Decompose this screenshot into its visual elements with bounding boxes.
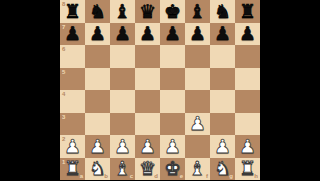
piece-black-pawn[interactable]: ♟ — [239, 24, 256, 43]
square-b4[interactable] — [85, 90, 110, 113]
piece-black-pawn[interactable]: ♟ — [214, 24, 231, 43]
square-g8[interactable]: ♞ — [210, 0, 235, 23]
square-a8[interactable]: ♜8 — [60, 0, 85, 23]
square-g7[interactable]: ♟ — [210, 23, 235, 46]
rank-label-3: 3 — [62, 114, 65, 120]
piece-white-knight[interactable]: ♞ — [214, 159, 231, 178]
square-c2[interactable]: ♟ — [110, 135, 135, 158]
square-g6[interactable] — [210, 45, 235, 68]
square-e2[interactable]: ♟ — [160, 135, 185, 158]
square-e1[interactable]: ♚e — [160, 158, 185, 181]
square-c7[interactable]: ♟ — [110, 23, 135, 46]
piece-black-rook[interactable]: ♜ — [239, 1, 256, 20]
piece-white-knight[interactable]: ♞ — [89, 159, 106, 178]
square-c4[interactable] — [110, 90, 135, 113]
square-f8[interactable]: ♝ — [185, 0, 210, 23]
square-f2[interactable] — [185, 135, 210, 158]
square-a7[interactable]: ♟7 — [60, 23, 85, 46]
square-e5[interactable] — [160, 68, 185, 91]
square-c1[interactable]: ♝c — [110, 158, 135, 181]
square-a5[interactable]: 5 — [60, 68, 85, 91]
square-d7[interactable]: ♟ — [135, 23, 160, 46]
piece-black-pawn[interactable]: ♟ — [64, 24, 81, 43]
square-c6[interactable] — [110, 45, 135, 68]
square-d8[interactable]: ♛ — [135, 0, 160, 23]
square-h8[interactable]: ♜ — [235, 0, 260, 23]
square-g4[interactable] — [210, 90, 235, 113]
square-h4[interactable] — [235, 90, 260, 113]
chess-board: ♜8♞♝♛♚♝♞♜♟7♟♟♟♟♟♟♟6543♟♟2♟♟♟♟♟♟♜1a♞b♝c♛d… — [60, 0, 260, 180]
square-b1[interactable]: ♞b — [85, 158, 110, 181]
piece-white-rook[interactable]: ♜ — [239, 159, 256, 178]
square-e3[interactable] — [160, 113, 185, 136]
piece-white-pawn[interactable]: ♟ — [139, 136, 156, 155]
square-c5[interactable] — [110, 68, 135, 91]
square-f7[interactable]: ♟ — [185, 23, 210, 46]
piece-white-pawn[interactable]: ♟ — [239, 136, 256, 155]
piece-black-pawn[interactable]: ♟ — [139, 24, 156, 43]
square-g3[interactable] — [210, 113, 235, 136]
square-b2[interactable]: ♟ — [85, 135, 110, 158]
piece-black-rook[interactable]: ♜ — [64, 1, 81, 20]
square-d1[interactable]: ♛d — [135, 158, 160, 181]
square-h6[interactable] — [235, 45, 260, 68]
square-c8[interactable]: ♝ — [110, 0, 135, 23]
square-f1[interactable]: ♝f — [185, 158, 210, 181]
square-b5[interactable] — [85, 68, 110, 91]
piece-white-pawn[interactable]: ♟ — [114, 136, 131, 155]
square-e4[interactable] — [160, 90, 185, 113]
square-c3[interactable] — [110, 113, 135, 136]
piece-black-pawn[interactable]: ♟ — [89, 24, 106, 43]
square-f4[interactable] — [185, 90, 210, 113]
square-a1[interactable]: ♜1a — [60, 158, 85, 181]
piece-black-pawn[interactable]: ♟ — [164, 24, 181, 43]
square-h1[interactable]: ♜h — [235, 158, 260, 181]
rank-label-6: 6 — [62, 46, 65, 52]
square-f3[interactable]: ♟ — [185, 113, 210, 136]
piece-black-pawn[interactable]: ♟ — [189, 24, 206, 43]
file-label-f: f — [206, 173, 208, 179]
square-e6[interactable] — [160, 45, 185, 68]
square-b7[interactable]: ♟ — [85, 23, 110, 46]
piece-white-king[interactable]: ♚ — [164, 159, 181, 178]
square-d6[interactable] — [135, 45, 160, 68]
piece-black-bishop[interactable]: ♝ — [114, 1, 131, 20]
square-b8[interactable]: ♞ — [85, 0, 110, 23]
square-d2[interactable]: ♟ — [135, 135, 160, 158]
square-d5[interactable] — [135, 68, 160, 91]
square-f5[interactable] — [185, 68, 210, 91]
square-d4[interactable] — [135, 90, 160, 113]
square-e7[interactable]: ♟ — [160, 23, 185, 46]
piece-black-king[interactable]: ♚ — [164, 1, 181, 20]
square-b3[interactable] — [85, 113, 110, 136]
square-b6[interactable] — [85, 45, 110, 68]
piece-black-bishop[interactable]: ♝ — [189, 1, 206, 20]
piece-white-pawn[interactable]: ♟ — [64, 136, 81, 155]
piece-black-knight[interactable]: ♞ — [214, 1, 231, 20]
square-e8[interactable]: ♚ — [160, 0, 185, 23]
square-a3[interactable]: 3 — [60, 113, 85, 136]
square-f6[interactable] — [185, 45, 210, 68]
piece-black-queen[interactable]: ♛ — [139, 1, 156, 20]
letterbox-background: ♜8♞♝♛♚♝♞♜♟7♟♟♟♟♟♟♟6543♟♟2♟♟♟♟♟♟♜1a♞b♝c♛d… — [0, 0, 320, 180]
piece-white-pawn[interactable]: ♟ — [214, 136, 231, 155]
square-a2[interactable]: ♟2 — [60, 135, 85, 158]
rank-label-4: 4 — [62, 91, 65, 97]
square-h3[interactable] — [235, 113, 260, 136]
piece-white-rook[interactable]: ♜ — [64, 159, 81, 178]
square-h2[interactable]: ♟ — [235, 135, 260, 158]
square-g1[interactable]: ♞g — [210, 158, 235, 181]
square-h5[interactable] — [235, 68, 260, 91]
square-g5[interactable] — [210, 68, 235, 91]
piece-white-pawn[interactable]: ♟ — [189, 114, 206, 133]
piece-black-knight[interactable]: ♞ — [89, 1, 106, 20]
piece-white-pawn[interactable]: ♟ — [164, 136, 181, 155]
square-h7[interactable]: ♟ — [235, 23, 260, 46]
square-a6[interactable]: 6 — [60, 45, 85, 68]
piece-white-bishop[interactable]: ♝ — [189, 159, 206, 178]
piece-black-pawn[interactable]: ♟ — [114, 24, 131, 43]
square-g2[interactable]: ♟ — [210, 135, 235, 158]
piece-white-bishop[interactable]: ♝ — [114, 159, 131, 178]
square-d3[interactable] — [135, 113, 160, 136]
piece-white-pawn[interactable]: ♟ — [89, 136, 106, 155]
piece-white-queen[interactable]: ♛ — [139, 159, 156, 178]
square-a4[interactable]: 4 — [60, 90, 85, 113]
rank-label-5: 5 — [62, 69, 65, 75]
